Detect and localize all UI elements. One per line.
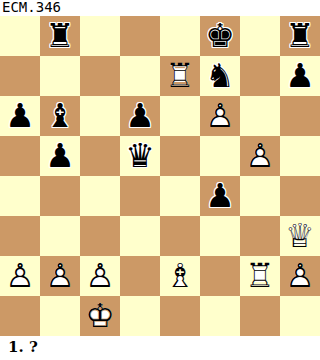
white-pawn: ♟♙ bbox=[40, 256, 80, 296]
square-d4[interactable] bbox=[120, 176, 160, 216]
square-b5[interactable]: ♟ bbox=[40, 136, 80, 176]
square-a1[interactable] bbox=[0, 296, 40, 336]
square-h6[interactable] bbox=[280, 96, 320, 136]
white-pawn: ♟♙ bbox=[80, 256, 120, 296]
white-pawn: ♟♙ bbox=[280, 256, 320, 296]
square-c4[interactable] bbox=[80, 176, 120, 216]
square-f2[interactable] bbox=[200, 256, 240, 296]
chess-board: ♜♚♜♜♖♞♟♟♝♟♟♙♟♛♟♙♟♛♕♟♙♟♙♟♙♝♗♜♖♟♙♚♔ bbox=[0, 16, 320, 336]
square-d6[interactable]: ♟ bbox=[120, 96, 160, 136]
puzzle-title: ECM.346 bbox=[0, 0, 320, 16]
black-rook: ♜ bbox=[280, 16, 320, 56]
black-pawn: ♟ bbox=[0, 96, 40, 136]
square-b8[interactable]: ♜ bbox=[40, 16, 80, 56]
square-c8[interactable] bbox=[80, 16, 120, 56]
square-g8[interactable] bbox=[240, 16, 280, 56]
square-f4[interactable]: ♟ bbox=[200, 176, 240, 216]
square-b3[interactable] bbox=[40, 216, 80, 256]
square-e6[interactable] bbox=[160, 96, 200, 136]
square-h1[interactable] bbox=[280, 296, 320, 336]
square-e7[interactable]: ♜♖ bbox=[160, 56, 200, 96]
square-b1[interactable] bbox=[40, 296, 80, 336]
square-c1[interactable]: ♚♔ bbox=[80, 296, 120, 336]
square-h8[interactable]: ♜ bbox=[280, 16, 320, 56]
square-d5[interactable]: ♛ bbox=[120, 136, 160, 176]
square-b6[interactable]: ♝ bbox=[40, 96, 80, 136]
square-h3[interactable]: ♛♕ bbox=[280, 216, 320, 256]
square-h4[interactable] bbox=[280, 176, 320, 216]
white-pawn: ♟♙ bbox=[0, 256, 40, 296]
square-e8[interactable] bbox=[160, 16, 200, 56]
square-f8[interactable]: ♚ bbox=[200, 16, 240, 56]
square-g7[interactable] bbox=[240, 56, 280, 96]
white-pawn: ♟♙ bbox=[240, 136, 280, 176]
square-e3[interactable] bbox=[160, 216, 200, 256]
square-g6[interactable] bbox=[240, 96, 280, 136]
white-queen: ♛♕ bbox=[280, 216, 320, 256]
square-a3[interactable] bbox=[0, 216, 40, 256]
square-b4[interactable] bbox=[40, 176, 80, 216]
black-pawn: ♟ bbox=[280, 56, 320, 96]
square-e5[interactable] bbox=[160, 136, 200, 176]
square-f3[interactable] bbox=[200, 216, 240, 256]
square-c2[interactable]: ♟♙ bbox=[80, 256, 120, 296]
square-h5[interactable] bbox=[280, 136, 320, 176]
black-pawn: ♟ bbox=[40, 136, 80, 176]
black-rook: ♜ bbox=[40, 16, 80, 56]
move-prompt: 1. ? bbox=[0, 336, 320, 360]
square-a4[interactable] bbox=[0, 176, 40, 216]
square-b2[interactable]: ♟♙ bbox=[40, 256, 80, 296]
square-g3[interactable] bbox=[240, 216, 280, 256]
white-pawn: ♟♙ bbox=[200, 96, 240, 136]
square-a5[interactable] bbox=[0, 136, 40, 176]
black-queen: ♛ bbox=[120, 136, 160, 176]
square-e2[interactable]: ♝♗ bbox=[160, 256, 200, 296]
square-f7[interactable]: ♞ bbox=[200, 56, 240, 96]
square-g5[interactable]: ♟♙ bbox=[240, 136, 280, 176]
square-g4[interactable] bbox=[240, 176, 280, 216]
square-d3[interactable] bbox=[120, 216, 160, 256]
square-c6[interactable] bbox=[80, 96, 120, 136]
white-king: ♚♔ bbox=[80, 296, 120, 336]
square-b7[interactable] bbox=[40, 56, 80, 96]
square-d2[interactable] bbox=[120, 256, 160, 296]
square-d7[interactable] bbox=[120, 56, 160, 96]
square-a8[interactable] bbox=[0, 16, 40, 56]
black-king: ♚ bbox=[200, 16, 240, 56]
square-a6[interactable]: ♟ bbox=[0, 96, 40, 136]
square-h7[interactable]: ♟ bbox=[280, 56, 320, 96]
square-c3[interactable] bbox=[80, 216, 120, 256]
square-f1[interactable] bbox=[200, 296, 240, 336]
square-a7[interactable] bbox=[0, 56, 40, 96]
square-d8[interactable] bbox=[120, 16, 160, 56]
white-rook: ♜♖ bbox=[240, 256, 280, 296]
square-h2[interactable]: ♟♙ bbox=[280, 256, 320, 296]
black-bishop: ♝ bbox=[40, 96, 80, 136]
square-f6[interactable]: ♟♙ bbox=[200, 96, 240, 136]
square-e4[interactable] bbox=[160, 176, 200, 216]
square-g2[interactable]: ♜♖ bbox=[240, 256, 280, 296]
square-c5[interactable] bbox=[80, 136, 120, 176]
square-d1[interactable] bbox=[120, 296, 160, 336]
square-a2[interactable]: ♟♙ bbox=[0, 256, 40, 296]
white-rook: ♜♖ bbox=[160, 56, 200, 96]
square-f5[interactable] bbox=[200, 136, 240, 176]
black-knight: ♞ bbox=[200, 56, 240, 96]
square-c7[interactable] bbox=[80, 56, 120, 96]
black-pawn: ♟ bbox=[120, 96, 160, 136]
white-bishop: ♝♗ bbox=[160, 256, 200, 296]
square-e1[interactable] bbox=[160, 296, 200, 336]
black-pawn: ♟ bbox=[200, 176, 240, 216]
square-g1[interactable] bbox=[240, 296, 280, 336]
